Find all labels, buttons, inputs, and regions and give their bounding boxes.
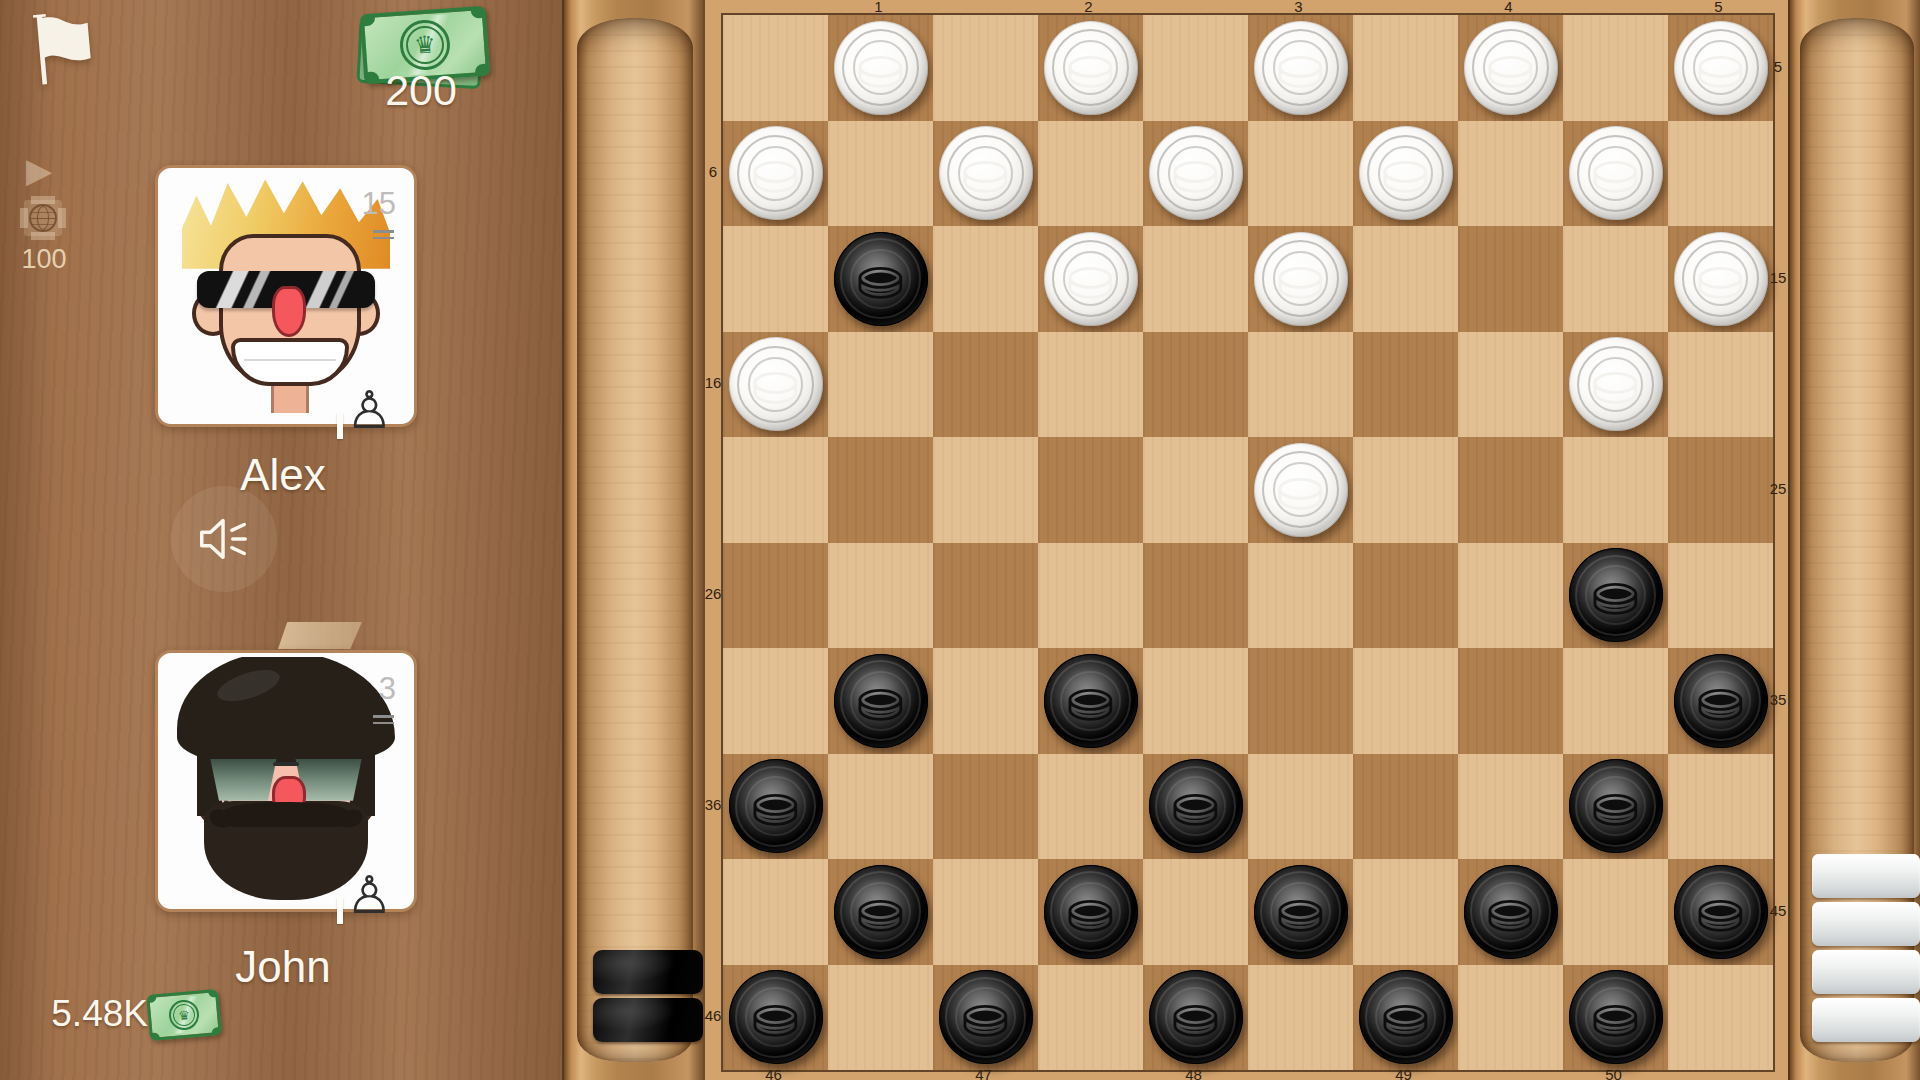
board-cell[interactable] <box>933 648 1038 754</box>
white-piece[interactable]: ⛀ <box>1044 232 1138 326</box>
board-label-top: 2 <box>1084 0 1092 15</box>
black-piece[interactable]: ⛂ <box>1569 970 1663 1064</box>
white-man-glyph: ⛀ <box>961 144 1010 202</box>
board-cell[interactable]: ⛂ <box>1668 648 1773 754</box>
board-cell[interactable]: ⛂ <box>828 859 933 965</box>
black-man-glyph: ⛂ <box>856 883 905 941</box>
watch-stake-value: 100 <box>14 244 74 275</box>
board-cell[interactable] <box>1143 543 1248 649</box>
board-label-left: 16 <box>705 374 722 391</box>
board-label-left: 6 <box>709 163 717 180</box>
black-piece[interactable]: ⛂ <box>1464 865 1558 959</box>
board-cell[interactable]: ⛀ <box>723 332 828 438</box>
board-cell[interactable] <box>1458 965 1563 1071</box>
board-label-right: 35 <box>1770 690 1787 707</box>
white-man-glyph: ⛀ <box>1066 39 1115 97</box>
speaker-icon <box>195 515 253 563</box>
black-piece[interactable]: ⛂ <box>834 232 928 326</box>
player-name-john: John <box>155 942 411 992</box>
board-label-left: 26 <box>705 585 722 602</box>
white-man-glyph: ⛀ <box>1486 39 1535 97</box>
board-cell[interactable]: ⛀ <box>1353 121 1458 227</box>
john-menu-lines <box>373 715 394 728</box>
black-man-glyph: ⛂ <box>1591 777 1640 835</box>
board-cell[interactable] <box>1038 543 1143 649</box>
board-cell[interactable] <box>1143 15 1248 121</box>
board-cell[interactable]: ⛀ <box>1143 121 1248 227</box>
board-cell[interactable]: ⛂ <box>1668 859 1773 965</box>
board-cell[interactable] <box>1458 543 1563 649</box>
white-piece[interactable]: ⛀ <box>1254 21 1348 115</box>
alex-turn-bar <box>337 413 343 439</box>
board-cell[interactable]: ⛂ <box>1563 754 1668 860</box>
right-capture-channel <box>1800 18 1914 1062</box>
white-piece[interactable]: ⛀ <box>1569 126 1663 220</box>
board-cell[interactable]: ⛀ <box>1563 121 1668 227</box>
board-cell[interactable] <box>933 437 1038 543</box>
game-screen: ⚑ ♛ 200 ▶ 100 1 <box>0 0 1920 1080</box>
white-piece[interactable]: ⛀ <box>729 337 823 431</box>
board-cell[interactable] <box>1038 332 1143 438</box>
board-cell[interactable] <box>1668 965 1773 1071</box>
white-piece[interactable]: ⛀ <box>1359 126 1453 220</box>
board-cell[interactable]: ⛂ <box>933 965 1038 1071</box>
board-cell[interactable] <box>1458 332 1563 438</box>
right-capture-rail <box>1788 0 1920 1080</box>
sidebar: ⚑ ♛ 200 ▶ 100 1 <box>0 0 562 1080</box>
john-turn-bar <box>337 898 343 924</box>
john-hair <box>177 657 395 766</box>
board-cell[interactable] <box>1143 437 1248 543</box>
black-piece[interactable]: ⛂ <box>1149 970 1243 1064</box>
board-cell[interactable]: ⛀ <box>1668 15 1773 121</box>
black-piece[interactable]: ⛂ <box>1569 548 1663 642</box>
balance-amount: 5.48K <box>40 993 148 1035</box>
white-man-glyph: ⛀ <box>751 355 800 413</box>
board-cell[interactable]: ⛂ <box>1038 648 1143 754</box>
board-cell[interactable] <box>1458 226 1563 332</box>
board-label-top: 1 <box>874 0 882 15</box>
board-cell[interactable]: ⛂ <box>1143 965 1248 1071</box>
player-name-alex: Alex <box>155 450 411 500</box>
white-piece[interactable]: ⛀ <box>1149 126 1243 220</box>
board-cell[interactable] <box>723 437 828 543</box>
board-cell[interactable]: ⛂ <box>723 754 828 860</box>
board-cell[interactable] <box>1563 437 1668 543</box>
white-man-glyph: ⛀ <box>856 39 905 97</box>
board-cell[interactable] <box>1248 965 1353 1071</box>
board-cell[interactable] <box>1038 121 1143 227</box>
board-cell[interactable] <box>828 965 933 1071</box>
board-cell[interactable] <box>1353 226 1458 332</box>
board-cell[interactable]: ⛂ <box>1458 859 1563 965</box>
board-cell[interactable] <box>1038 965 1143 1071</box>
resign-flag-icon[interactable]: ⚑ <box>16 0 110 102</box>
board-label-left: 46 <box>705 1007 722 1024</box>
board-cell[interactable] <box>1038 437 1143 543</box>
stake-amount: 200 <box>350 66 492 115</box>
board-label-top: 5 <box>1714 0 1722 15</box>
board-cell[interactable]: ⛀ <box>933 121 1038 227</box>
black-man-glyph: ⛂ <box>1696 883 1745 941</box>
board-cell[interactable] <box>1563 648 1668 754</box>
alex-nose <box>272 286 305 337</box>
black-man-glyph: ⛂ <box>751 988 800 1046</box>
board-cell[interactable] <box>933 543 1038 649</box>
captured-white-piece <box>1812 854 1920 898</box>
board-cell[interactable] <box>1353 648 1458 754</box>
white-man-glyph: ⛀ <box>1066 250 1115 308</box>
black-man-glyph: ⛂ <box>1066 883 1115 941</box>
captured-white-piece <box>1812 950 1920 994</box>
board-cell[interactable] <box>1248 332 1353 438</box>
alex-pawn-icon: ♙ <box>346 384 393 436</box>
board-cell[interactable] <box>1038 754 1143 860</box>
board-cell[interactable] <box>1248 754 1353 860</box>
white-man-glyph: ⛀ <box>1276 39 1325 97</box>
black-piece[interactable]: ⛂ <box>834 654 928 748</box>
captured-white-tray <box>1812 854 1920 1042</box>
board-cell[interactable] <box>933 15 1038 121</box>
board-cell[interactable] <box>1353 15 1458 121</box>
board-cell[interactable] <box>723 859 828 965</box>
white-piece[interactable]: ⛀ <box>1254 232 1348 326</box>
board-cell[interactable] <box>1248 121 1353 227</box>
board-cell[interactable] <box>828 332 933 438</box>
black-piece[interactable]: ⛂ <box>1674 865 1768 959</box>
board-cell[interactable]: ⛂ <box>1563 543 1668 649</box>
black-piece[interactable]: ⛂ <box>729 970 823 1064</box>
board-cell[interactable]: ⛀ <box>1248 15 1353 121</box>
board-cell[interactable] <box>828 754 933 860</box>
board-cell[interactable] <box>723 543 828 649</box>
board-cell[interactable]: ⛂ <box>1143 754 1248 860</box>
board-label-top: 4 <box>1504 0 1512 15</box>
board-cell[interactable] <box>1248 648 1353 754</box>
board-cell[interactable] <box>1668 121 1773 227</box>
black-man-glyph: ⛂ <box>1486 883 1535 941</box>
board-label-top: 3 <box>1294 0 1302 15</box>
board-cell[interactable] <box>1353 543 1458 649</box>
captured-black-piece <box>593 950 703 994</box>
board-label-bottom: 50 <box>1605 1066 1622 1080</box>
black-man-glyph: ⛂ <box>856 672 905 730</box>
board-cell[interactable]: ⛂ <box>1038 859 1143 965</box>
board-cell[interactable] <box>1143 226 1248 332</box>
board-cell[interactable] <box>1143 648 1248 754</box>
black-piece[interactable]: ⛂ <box>1254 865 1348 959</box>
black-piece[interactable]: ⛂ <box>1044 654 1138 748</box>
white-piece[interactable]: ⛀ <box>939 126 1033 220</box>
board-cell[interactable]: ⛂ <box>1563 965 1668 1071</box>
white-man-glyph: ⛀ <box>751 144 800 202</box>
black-piece[interactable]: ⛂ <box>1674 654 1768 748</box>
board-cell[interactable] <box>1458 648 1563 754</box>
black-man-glyph: ⛂ <box>1066 672 1115 730</box>
white-man-glyph: ⛀ <box>1696 39 1745 97</box>
board-cell[interactable] <box>1143 332 1248 438</box>
white-man-glyph: ⛀ <box>1276 250 1325 308</box>
black-man-glyph: ⛂ <box>1696 672 1745 730</box>
board-cell[interactable] <box>1143 859 1248 965</box>
board-cell[interactable]: ⛂ <box>1248 859 1353 965</box>
black-man-glyph: ⛂ <box>1591 566 1640 624</box>
globe-icon <box>29 204 57 232</box>
board-cell[interactable] <box>1563 15 1668 121</box>
black-man-glyph: ⛂ <box>751 777 800 835</box>
white-piece[interactable]: ⛀ <box>1044 21 1138 115</box>
white-piece[interactable]: ⛀ <box>1674 232 1768 326</box>
john-pawn-icon: ♙ <box>346 869 393 921</box>
black-man-glyph: ⛂ <box>856 250 905 308</box>
board-cell[interactable]: ⛂ <box>828 648 933 754</box>
board-cell[interactable] <box>1563 859 1668 965</box>
board-cell[interactable] <box>1563 226 1668 332</box>
board-cell[interactable]: ⛀ <box>828 15 933 121</box>
board-label-bottom: 46 <box>765 1066 782 1080</box>
black-man-glyph: ⛂ <box>1591 988 1640 1046</box>
black-piece[interactable]: ⛂ <box>939 970 1033 1064</box>
board-cell[interactable]: ⛀ <box>1563 332 1668 438</box>
black-piece[interactable]: ⛂ <box>1044 865 1138 959</box>
captured-white-piece <box>1812 902 1920 946</box>
board-cell[interactable]: ⛀ <box>1248 226 1353 332</box>
board-cell[interactable]: ⛂ <box>1353 965 1458 1071</box>
board-cell[interactable] <box>723 226 828 332</box>
left-capture-rail <box>562 0 705 1080</box>
captured-white-piece <box>1812 998 1920 1042</box>
white-piece[interactable]: ⛀ <box>1464 21 1558 115</box>
black-man-glyph: ⛂ <box>961 988 1010 1046</box>
black-piece[interactable]: ⛂ <box>834 865 928 959</box>
board-grid: ⛀⛀⛀⛀⛀⛀⛀⛀⛀⛀⛂⛀⛀⛀⛀⛀⛀⛂⛂⛂⛂⛂⛂⛂⛂⛂⛂⛂⛂⛂⛂⛂⛂⛂ <box>721 13 1775 1072</box>
white-man-glyph: ⛀ <box>1591 355 1640 413</box>
play-icon[interactable]: ▶ <box>26 150 52 190</box>
john-mustache <box>222 802 351 827</box>
white-man-glyph: ⛀ <box>1171 144 1220 202</box>
board-label-bottom: 48 <box>1185 1066 1202 1080</box>
sound-button[interactable] <box>171 486 277 592</box>
white-piece[interactable]: ⛀ <box>834 21 928 115</box>
board-cell[interactable] <box>1458 754 1563 860</box>
board-cell[interactable]: ⛀ <box>723 121 828 227</box>
board-cell[interactable] <box>1458 437 1563 543</box>
alex-rating: 15 <box>362 186 396 222</box>
black-piece[interactable]: ⛂ <box>1569 759 1663 853</box>
left-capture-channel <box>577 18 693 1062</box>
crown-emblem: ♛ <box>398 18 451 71</box>
board-label-right: 5 <box>1774 57 1782 74</box>
notification-corner <box>278 622 362 649</box>
board-cell[interactable] <box>1668 754 1773 860</box>
board-cell[interactable]: ⛂ <box>828 226 933 332</box>
board-cell[interactable]: ⛀ <box>1038 226 1143 332</box>
board-label-right: 45 <box>1770 901 1787 918</box>
board-cell[interactable] <box>723 15 828 121</box>
board-cell[interactable]: ⛀ <box>1038 15 1143 121</box>
captured-black-piece <box>593 998 703 1042</box>
black-man-glyph: ⛂ <box>1276 883 1325 941</box>
black-piece[interactable]: ⛂ <box>1149 759 1243 853</box>
captured-black-tray <box>593 950 703 1042</box>
board-cell[interactable] <box>1353 859 1458 965</box>
board-cell[interactable] <box>933 332 1038 438</box>
board-cell[interactable]: ⛀ <box>1458 15 1563 121</box>
board-cell[interactable]: ⛂ <box>723 965 828 1071</box>
board-cell[interactable]: ⛀ <box>1248 437 1353 543</box>
john-rating: 3 <box>379 671 396 707</box>
white-piece[interactable]: ⛀ <box>1674 21 1768 115</box>
board-cell[interactable] <box>828 121 933 227</box>
board-cell[interactable] <box>828 437 933 543</box>
board-label-left: 36 <box>705 796 722 813</box>
board-label-bottom: 47 <box>975 1066 992 1080</box>
alex-menu-lines <box>373 230 394 243</box>
board-cell[interactable] <box>1668 543 1773 649</box>
board-cell[interactable] <box>1458 121 1563 227</box>
black-piece[interactable]: ⛂ <box>729 759 823 853</box>
white-man-glyph: ⛀ <box>1381 144 1430 202</box>
board-globe-icon[interactable] <box>24 200 62 236</box>
board-cell[interactable] <box>1668 332 1773 438</box>
board-cell[interactable] <box>933 226 1038 332</box>
board-label-right: 25 <box>1770 479 1787 496</box>
white-man-glyph: ⛀ <box>1276 461 1325 519</box>
board-cell[interactable] <box>1353 754 1458 860</box>
board-cell[interactable] <box>723 648 828 754</box>
white-man-glyph: ⛀ <box>1591 144 1640 202</box>
board-cell[interactable] <box>1353 332 1458 438</box>
board-cell[interactable] <box>933 859 1038 965</box>
alex-smile <box>231 338 348 386</box>
board-cell[interactable] <box>1353 437 1458 543</box>
white-man-glyph: ⛀ <box>1696 250 1745 308</box>
board-label-right: 15 <box>1770 268 1787 285</box>
board-label-bottom: 49 <box>1395 1066 1412 1080</box>
board-cell[interactable] <box>933 754 1038 860</box>
black-man-glyph: ⛂ <box>1171 988 1220 1046</box>
board-cell[interactable]: ⛀ <box>1668 226 1773 332</box>
white-piece[interactable]: ⛀ <box>1569 337 1663 431</box>
white-piece[interactable]: ⛀ <box>729 126 823 220</box>
black-man-glyph: ⛂ <box>1171 777 1220 835</box>
board-cell[interactable] <box>828 543 933 649</box>
black-man-glyph: ⛂ <box>1381 988 1430 1046</box>
black-piece[interactable]: ⛂ <box>1359 970 1453 1064</box>
draughts-board: ⛀⛀⛀⛀⛀⛀⛀⛀⛀⛀⛂⛀⛀⛀⛀⛀⛀⛂⛂⛂⛂⛂⛂⛂⛂⛂⛂⛂⛂⛂⛂⛂⛂⛂ 12345… <box>703 0 1788 1080</box>
white-piece[interactable]: ⛀ <box>1254 443 1348 537</box>
board-cell[interactable] <box>1668 437 1773 543</box>
balance-banknote-icon: ♛ <box>146 989 222 1041</box>
board-cell[interactable] <box>1248 543 1353 649</box>
